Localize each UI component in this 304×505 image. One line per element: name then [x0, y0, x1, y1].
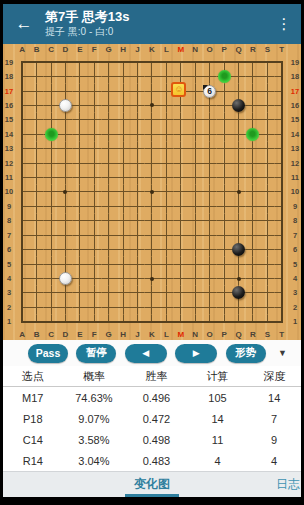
board-cell-P12[interactable] — [217, 156, 231, 170]
board-cell-R18[interactable] — [246, 69, 260, 83]
board-cell-G9[interactable] — [102, 199, 116, 213]
board-cell-F6[interactable] — [87, 242, 101, 256]
board-cell-E14[interactable] — [73, 127, 87, 141]
dropdown-caret-icon[interactable]: ▼ — [274, 348, 291, 358]
board-cell-L15[interactable] — [159, 113, 173, 127]
overflow-menu-icon[interactable]: ⋮ — [267, 15, 301, 33]
board-cell-P6[interactable] — [217, 242, 231, 256]
board-cell-G8[interactable] — [102, 214, 116, 228]
board-cell-R1[interactable] — [246, 315, 260, 329]
board-cell-C9[interactable] — [44, 199, 58, 213]
board-cell-H7[interactable] — [116, 228, 130, 242]
board-cell-P7[interactable] — [217, 228, 231, 242]
board-cell-J7[interactable] — [130, 228, 144, 242]
board-cell-R7[interactable] — [246, 228, 260, 242]
board-cell-P16[interactable] — [217, 98, 231, 112]
board-cell-O8[interactable] — [202, 214, 216, 228]
board-cell-M4[interactable] — [174, 271, 188, 285]
board-cell-Q19[interactable] — [231, 55, 245, 69]
board-cell-T15[interactable] — [275, 113, 289, 127]
board-cell-S3[interactable] — [260, 286, 274, 300]
board-cell-R2[interactable] — [246, 300, 260, 314]
board-cell-N4[interactable] — [188, 271, 202, 285]
board-cell-B4[interactable] — [29, 271, 43, 285]
board-cell-C16[interactable] — [44, 98, 58, 112]
tab-log[interactable]: 日志 — [276, 472, 300, 497]
board-cell-M12[interactable] — [174, 156, 188, 170]
board-cell-K1[interactable] — [145, 315, 159, 329]
board-cell-J12[interactable] — [130, 156, 144, 170]
board-cell-C18[interactable] — [44, 69, 58, 83]
board-cell-H19[interactable] — [116, 55, 130, 69]
board-cell-B19[interactable] — [29, 55, 43, 69]
board-cell-E6[interactable] — [73, 242, 87, 256]
board-cell-D14[interactable] — [58, 127, 72, 141]
board-cell-M15[interactable] — [174, 113, 188, 127]
board-cell-A13[interactable] — [15, 142, 29, 156]
board-cell-H10[interactable] — [116, 185, 130, 199]
board-cell-F5[interactable] — [87, 257, 101, 271]
board-cell-D8[interactable] — [58, 214, 72, 228]
board-cell-N8[interactable] — [188, 214, 202, 228]
board-cell-E5[interactable] — [73, 257, 87, 271]
board-cell-H5[interactable] — [116, 257, 130, 271]
board-cell-R11[interactable] — [246, 170, 260, 184]
board-cell-M8[interactable] — [174, 214, 188, 228]
board-cell-J15[interactable] — [130, 113, 144, 127]
board-cell-F4[interactable] — [87, 271, 101, 285]
board-cell-M16[interactable] — [174, 98, 188, 112]
board-cell-N14[interactable] — [188, 127, 202, 141]
board-cell-D19[interactable] — [58, 55, 72, 69]
board-cell-H9[interactable] — [116, 199, 130, 213]
board-cell-K17[interactable] — [145, 84, 159, 98]
board-cell-A5[interactable] — [15, 257, 29, 271]
board-cell-D1[interactable] — [58, 315, 72, 329]
board-cell-D15[interactable] — [58, 113, 72, 127]
board-cell-M14[interactable] — [174, 127, 188, 141]
board-cell-H8[interactable] — [116, 214, 130, 228]
board-cell-R10[interactable] — [246, 185, 260, 199]
board-cell-H17[interactable] — [116, 84, 130, 98]
board-cell-A6[interactable] — [15, 242, 29, 256]
board-cell-O14[interactable] — [202, 127, 216, 141]
board-cell-K3[interactable] — [145, 286, 159, 300]
board-cell-E10[interactable] — [73, 185, 87, 199]
board-cell-L2[interactable] — [159, 300, 173, 314]
board-cell-D2[interactable] — [58, 300, 72, 314]
board-cell-K13[interactable] — [145, 142, 159, 156]
candidate-marker-C14[interactable] — [45, 128, 58, 141]
board-cell-D5[interactable] — [58, 257, 72, 271]
board-cell-B1[interactable] — [29, 315, 43, 329]
board-cell-E4[interactable] — [73, 271, 87, 285]
board-cell-G5[interactable] — [102, 257, 116, 271]
board-cell-T9[interactable] — [275, 199, 289, 213]
board-cell-M3[interactable] — [174, 286, 188, 300]
board-cell-F18[interactable] — [87, 69, 101, 83]
board-cell-B3[interactable] — [29, 286, 43, 300]
board-cell-H2[interactable] — [116, 300, 130, 314]
board-cell-K19[interactable] — [145, 55, 159, 69]
board-cell-B14[interactable] — [29, 127, 43, 141]
board-cell-M9[interactable] — [174, 199, 188, 213]
board-cell-A16[interactable] — [15, 98, 29, 112]
board-cell-S4[interactable] — [260, 271, 274, 285]
board-cell-G11[interactable] — [102, 170, 116, 184]
board-cell-G6[interactable] — [102, 242, 116, 256]
board-cell-K8[interactable] — [145, 214, 159, 228]
board-cell-K14[interactable] — [145, 127, 159, 141]
board-cell-A19[interactable] — [15, 55, 29, 69]
board-cell-P5[interactable] — [217, 257, 231, 271]
board-cell-B10[interactable] — [29, 185, 43, 199]
board-cell-M1[interactable] — [174, 315, 188, 329]
board-cell-E7[interactable] — [73, 228, 87, 242]
board-cell-P4[interactable] — [217, 271, 231, 285]
board-cell-G10[interactable] — [102, 185, 116, 199]
board-cell-F2[interactable] — [87, 300, 101, 314]
board-cell-D7[interactable] — [58, 228, 72, 242]
board-cell-R19[interactable] — [246, 55, 260, 69]
board-cell-N7[interactable] — [188, 228, 202, 242]
board-cell-O16[interactable] — [202, 98, 216, 112]
board-cell-K15[interactable] — [145, 113, 159, 127]
analysis-row-P18[interactable]: P189.07%0.472147 — [3, 408, 301, 429]
board-cell-S10[interactable] — [260, 185, 274, 199]
board-cell-T6[interactable] — [275, 242, 289, 256]
board-cell-Q15[interactable] — [231, 113, 245, 127]
board-cell-J17[interactable] — [130, 84, 144, 98]
board-cell-O4[interactable] — [202, 271, 216, 285]
board-cell-S12[interactable] — [260, 156, 274, 170]
board-cell-O9[interactable] — [202, 199, 216, 213]
board-cell-E19[interactable] — [73, 55, 87, 69]
board-cell-D11[interactable] — [58, 170, 72, 184]
board-cell-B13[interactable] — [29, 142, 43, 156]
board-cell-G18[interactable] — [102, 69, 116, 83]
board-cell-O19[interactable] — [202, 55, 216, 69]
board-cell-C4[interactable] — [44, 271, 58, 285]
board-cell-F7[interactable] — [87, 228, 101, 242]
board-cell-H16[interactable] — [116, 98, 130, 112]
board-cell-K9[interactable] — [145, 199, 159, 213]
board-cell-J6[interactable] — [130, 242, 144, 256]
board-cell-F15[interactable] — [87, 113, 101, 127]
board-cell-L3[interactable] — [159, 286, 173, 300]
board-cell-E9[interactable] — [73, 199, 87, 213]
board-cell-R17[interactable] — [246, 84, 260, 98]
analysis-row-M17[interactable]: M1774.63%0.49610514 — [3, 387, 301, 408]
board-cell-E16[interactable] — [73, 98, 87, 112]
board-cell-F16[interactable] — [87, 98, 101, 112]
board-cell-C17[interactable] — [44, 84, 58, 98]
pass-button[interactable]: Pass — [28, 344, 68, 363]
board-cell-K11[interactable] — [145, 170, 159, 184]
board-cell-K2[interactable] — [145, 300, 159, 314]
board-cell-N5[interactable] — [188, 257, 202, 271]
board-cell-J8[interactable] — [130, 214, 144, 228]
board-cell-O15[interactable] — [202, 113, 216, 127]
board-cell-T4[interactable] — [275, 271, 289, 285]
board-cell-B2[interactable] — [29, 300, 43, 314]
board-cell-J2[interactable] — [130, 300, 144, 314]
board-cell-M10[interactable] — [174, 185, 188, 199]
board-cell-G3[interactable] — [102, 286, 116, 300]
board-cell-D13[interactable] — [58, 142, 72, 156]
board-cell-R16[interactable] — [246, 98, 260, 112]
board-cell-A14[interactable] — [15, 127, 29, 141]
board-cell-A12[interactable] — [15, 156, 29, 170]
board-cell-H13[interactable] — [116, 142, 130, 156]
board-cell-H18[interactable] — [116, 69, 130, 83]
board-cell-J13[interactable] — [130, 142, 144, 156]
board-cell-P1[interactable] — [217, 315, 231, 329]
board-cell-T2[interactable] — [275, 300, 289, 314]
board-cell-G19[interactable] — [102, 55, 116, 69]
board-cell-A4[interactable] — [15, 271, 29, 285]
board-cell-G13[interactable] — [102, 142, 116, 156]
board-cell-D9[interactable] — [58, 199, 72, 213]
board-cell-C3[interactable] — [44, 286, 58, 300]
board-cell-S14[interactable] — [260, 127, 274, 141]
board-cell-L19[interactable] — [159, 55, 173, 69]
board-cell-F3[interactable] — [87, 286, 101, 300]
board-cell-T13[interactable] — [275, 142, 289, 156]
board-cell-J16[interactable] — [130, 98, 144, 112]
board-cell-C10[interactable] — [44, 185, 58, 199]
board-cell-F19[interactable] — [87, 55, 101, 69]
board-cell-F11[interactable] — [87, 170, 101, 184]
board-cell-A18[interactable] — [15, 69, 29, 83]
board-cell-L9[interactable] — [159, 199, 173, 213]
board-cell-H12[interactable] — [116, 156, 130, 170]
board-cell-D6[interactable] — [58, 242, 72, 256]
board-cell-R8[interactable] — [246, 214, 260, 228]
board-cell-E18[interactable] — [73, 69, 87, 83]
board-cell-S7[interactable] — [260, 228, 274, 242]
best-move-marker-M17[interactable]: ☺ — [171, 82, 186, 97]
board-cell-C13[interactable] — [44, 142, 58, 156]
board-cell-E2[interactable] — [73, 300, 87, 314]
board-cell-S1[interactable] — [260, 315, 274, 329]
board-cell-J11[interactable] — [130, 170, 144, 184]
board-cell-B18[interactable] — [29, 69, 43, 83]
board-cell-C19[interactable] — [44, 55, 58, 69]
board-cell-G2[interactable] — [102, 300, 116, 314]
board-cell-Q1[interactable] — [231, 315, 245, 329]
board-cell-A7[interactable] — [15, 228, 29, 242]
board-cell-C5[interactable] — [44, 257, 58, 271]
board-cell-S17[interactable] — [260, 84, 274, 98]
board-cell-M2[interactable] — [174, 300, 188, 314]
board-cell-P14[interactable] — [217, 127, 231, 141]
board-cell-P15[interactable] — [217, 113, 231, 127]
board-cell-O5[interactable] — [202, 257, 216, 271]
board-cell-T16[interactable] — [275, 98, 289, 112]
board-cell-F8[interactable] — [87, 214, 101, 228]
board-cell-D12[interactable] — [58, 156, 72, 170]
analysis-row-C14[interactable]: C143.58%0.498119 — [3, 429, 301, 450]
board-cell-Q7[interactable] — [231, 228, 245, 242]
board-cell-G16[interactable] — [102, 98, 116, 112]
board-cell-B5[interactable] — [29, 257, 43, 271]
board-cell-N12[interactable] — [188, 156, 202, 170]
board-cell-A10[interactable] — [15, 185, 29, 199]
board-cell-S15[interactable] — [260, 113, 274, 127]
board-cell-R3[interactable] — [246, 286, 260, 300]
board-cell-G7[interactable] — [102, 228, 116, 242]
board-cell-T1[interactable] — [275, 315, 289, 329]
board-cell-S19[interactable] — [260, 55, 274, 69]
board-cell-N3[interactable] — [188, 286, 202, 300]
board-cell-T3[interactable] — [275, 286, 289, 300]
board-cell-J9[interactable] — [130, 199, 144, 213]
board-cell-T18[interactable] — [275, 69, 289, 83]
board-cell-B11[interactable] — [29, 170, 43, 184]
board-cell-F17[interactable] — [87, 84, 101, 98]
board-cell-O13[interactable] — [202, 142, 216, 156]
board-cell-R15[interactable] — [246, 113, 260, 127]
board-cell-P13[interactable] — [217, 142, 231, 156]
board-cell-P19[interactable] — [217, 55, 231, 69]
board-cell-S13[interactable] — [260, 142, 274, 156]
board-cell-N19[interactable] — [188, 55, 202, 69]
board-cell-P9[interactable] — [217, 199, 231, 213]
board-cell-A15[interactable] — [15, 113, 29, 127]
board-cell-S16[interactable] — [260, 98, 274, 112]
board-cell-P17[interactable] — [217, 84, 231, 98]
board-cell-L8[interactable] — [159, 214, 173, 228]
board-cell-M19[interactable] — [174, 55, 188, 69]
board-cell-D17[interactable] — [58, 84, 72, 98]
board-cell-R13[interactable] — [246, 142, 260, 156]
board-cell-E1[interactable] — [73, 315, 87, 329]
board-cell-C11[interactable] — [44, 170, 58, 184]
board-cell-A11[interactable] — [15, 170, 29, 184]
board-cell-T7[interactable] — [275, 228, 289, 242]
board-cell-R4[interactable] — [246, 271, 260, 285]
board-cell-N18[interactable] — [188, 69, 202, 83]
board-cell-G1[interactable] — [102, 315, 116, 329]
board-cell-E8[interactable] — [73, 214, 87, 228]
board-cell-N17[interactable] — [188, 84, 202, 98]
board-cell-F12[interactable] — [87, 156, 101, 170]
board-cell-R5[interactable] — [246, 257, 260, 271]
board-cell-J10[interactable] — [130, 185, 144, 199]
board-cell-B17[interactable] — [29, 84, 43, 98]
board-cell-N11[interactable] — [188, 170, 202, 184]
board-cell-B7[interactable] — [29, 228, 43, 242]
board-cell-A3[interactable] — [15, 286, 29, 300]
board-cell-Q9[interactable] — [231, 199, 245, 213]
back-arrow-icon[interactable]: ← — [3, 14, 45, 34]
board-cell-N13[interactable] — [188, 142, 202, 156]
board-cell-E13[interactable] — [73, 142, 87, 156]
board-cell-J5[interactable] — [130, 257, 144, 271]
board-cell-C12[interactable] — [44, 156, 58, 170]
board-cell-G15[interactable] — [102, 113, 116, 127]
board-cell-F10[interactable] — [87, 185, 101, 199]
board-cell-N1[interactable] — [188, 315, 202, 329]
board-cell-O10[interactable] — [202, 185, 216, 199]
board-cell-T14[interactable] — [275, 127, 289, 141]
board-cell-H4[interactable] — [116, 271, 130, 285]
board-cell-P11[interactable] — [217, 170, 231, 184]
board-cell-G14[interactable] — [102, 127, 116, 141]
board-cell-N6[interactable] — [188, 242, 202, 256]
board-cell-L16[interactable] — [159, 98, 173, 112]
board-cell-J19[interactable] — [130, 55, 144, 69]
analysis-row-R14[interactable]: R143.04%0.48344 — [3, 450, 301, 471]
board-cell-Q17[interactable] — [231, 84, 245, 98]
board-cell-R6[interactable] — [246, 242, 260, 256]
board-cell-L13[interactable] — [159, 142, 173, 156]
board-cell-O7[interactable] — [202, 228, 216, 242]
pause-button[interactable]: 暂停 — [76, 344, 116, 363]
board-cell-P8[interactable] — [217, 214, 231, 228]
board-cell-K7[interactable] — [145, 228, 159, 242]
board-cell-R12[interactable] — [246, 156, 260, 170]
board-cell-Q5[interactable] — [231, 257, 245, 271]
board-cell-Q2[interactable] — [231, 300, 245, 314]
board-cell-B15[interactable] — [29, 113, 43, 127]
board-cell-H6[interactable] — [116, 242, 130, 256]
board-cell-Q18[interactable] — [231, 69, 245, 83]
board-cell-T10[interactable] — [275, 185, 289, 199]
board-cell-L4[interactable] — [159, 271, 173, 285]
board-cell-F14[interactable] — [87, 127, 101, 141]
board-cell-L14[interactable] — [159, 127, 173, 141]
board-cell-E15[interactable] — [73, 113, 87, 127]
board-cell-M11[interactable] — [174, 170, 188, 184]
board-cell-B9[interactable] — [29, 199, 43, 213]
board-cell-E12[interactable] — [73, 156, 87, 170]
board-cell-D18[interactable] — [58, 69, 72, 83]
board-cell-J1[interactable] — [130, 315, 144, 329]
board-cell-S18[interactable] — [260, 69, 274, 83]
board-cell-M7[interactable] — [174, 228, 188, 242]
candidate-marker-P18[interactable] — [218, 70, 231, 83]
board-cell-Q13[interactable] — [231, 142, 245, 156]
board-cell-J4[interactable] — [130, 271, 144, 285]
board-cell-A9[interactable] — [15, 199, 29, 213]
board-cell-S2[interactable] — [260, 300, 274, 314]
board-cell-Q14[interactable] — [231, 127, 245, 141]
board-cell-C15[interactable] — [44, 113, 58, 127]
board-cell-N10[interactable] — [188, 185, 202, 199]
board-cell-Q12[interactable] — [231, 156, 245, 170]
territory-button[interactable]: 形势 — [226, 344, 266, 363]
board-cell-G12[interactable] — [102, 156, 116, 170]
board-cell-Q11[interactable] — [231, 170, 245, 184]
board-cell-A2[interactable] — [15, 300, 29, 314]
board-cell-T8[interactable] — [275, 214, 289, 228]
board-cell-O18[interactable] — [202, 69, 216, 83]
board-cell-O12[interactable] — [202, 156, 216, 170]
board-cell-C2[interactable] — [44, 300, 58, 314]
board-cell-H14[interactable] — [116, 127, 130, 141]
next-move-button[interactable]: ▶ — [175, 344, 217, 363]
board-cell-K18[interactable] — [145, 69, 159, 83]
board-cell-C6[interactable] — [44, 242, 58, 256]
board-cell-S6[interactable] — [260, 242, 274, 256]
board-cell-A17[interactable] — [15, 84, 29, 98]
board-cell-T5[interactable] — [275, 257, 289, 271]
board-cell-K12[interactable] — [145, 156, 159, 170]
board-cell-K5[interactable] — [145, 257, 159, 271]
board-cell-T12[interactable] — [275, 156, 289, 170]
